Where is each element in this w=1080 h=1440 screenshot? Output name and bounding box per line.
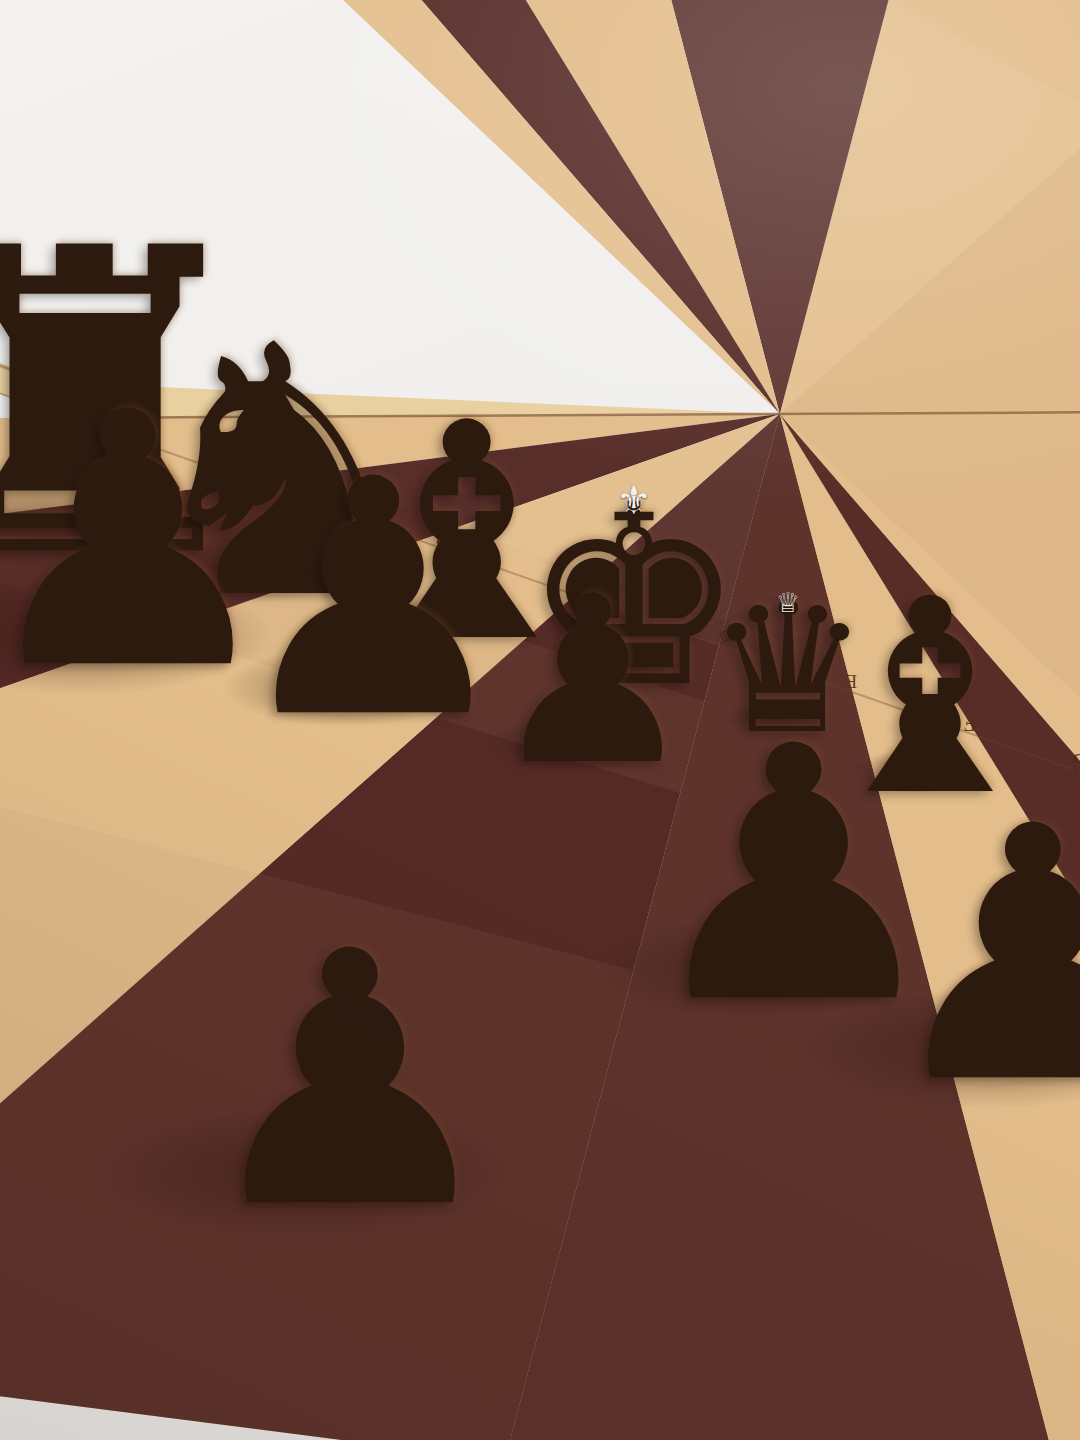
piece-shadow (598, 917, 913, 1019)
piece-shadow (154, 533, 364, 601)
white-finial-queen-icon: ♕ (697, 589, 878, 616)
black-bishop-f8: ♝ (796, 564, 1065, 833)
piece-shadow (805, 989, 1080, 1108)
product-photo-scene: ABCDEFG ♜♞♝♚⚜♛♕♝♟♟♟♟♟♟♟♟ (0, 0, 1080, 1440)
piece-shadow (224, 648, 464, 726)
black-bishop-c8: ♝ (317, 384, 616, 683)
piece-shadow (570, 648, 673, 681)
black-pawn-f6: ♟ (858, 781, 1080, 1131)
piece-shadow (102, 1108, 502, 1237)
white-finial-king-icon: ⚜ (510, 481, 758, 521)
black-pawn-d5: ♟ (175, 906, 525, 1256)
pieces-layer: ♜♞♝♚⚜♛♕♝♟♟♟♟♟♟♟♟ (0, 0, 1080, 1440)
piece-shadow (0, 487, 4, 616)
piece-shadow (379, 592, 520, 638)
piece-shadow (487, 716, 658, 771)
black-pawn-e6: ♟ (619, 701, 969, 1051)
black-pawn-c7: ♟ (211, 437, 536, 762)
piece-shadow (851, 751, 978, 792)
black-pawn-b7: ♟ (0, 367, 303, 717)
black-pawn-d7: ♟ (477, 566, 708, 797)
black-king-d8: ♚⚜ (510, 473, 758, 721)
black-queen-e8: ♛♕ (697, 578, 878, 759)
black-rook-a8: ♜ (0, 195, 295, 615)
black-pawn-a7: ♟ (0, 285, 27, 635)
black-knight-b8: ♞ (111, 301, 457, 647)
piece-shadow (0, 469, 200, 567)
piece-shadow (0, 575, 268, 694)
piece-shadow (724, 701, 827, 734)
